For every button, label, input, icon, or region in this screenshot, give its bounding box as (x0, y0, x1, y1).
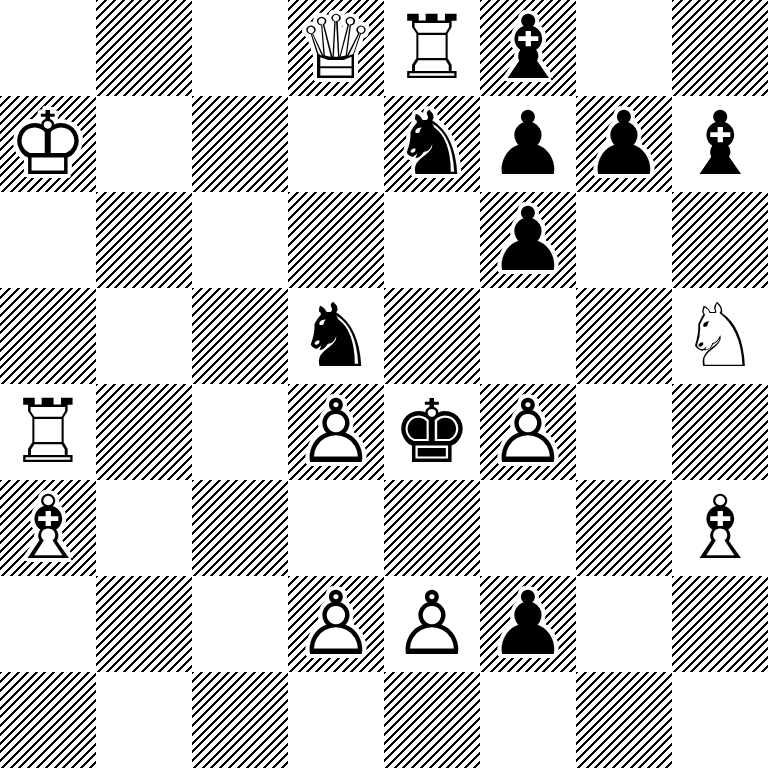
black-king-icon: ♚ (384, 384, 480, 480)
black-knight-icon: ♞ (384, 96, 480, 192)
square-b2[interactable] (96, 576, 192, 672)
square-f5[interactable] (480, 288, 576, 384)
black-bishop-icon: ♝ (672, 96, 768, 192)
square-a4[interactable]: ♜♖ (0, 384, 96, 480)
square-g2[interactable] (576, 576, 672, 672)
square-c1[interactable] (192, 672, 288, 768)
square-f1[interactable] (480, 672, 576, 768)
black-pawn-icon: ♟ (480, 96, 576, 192)
square-h3[interactable]: ♝♗ (672, 480, 768, 576)
square-c6[interactable] (192, 192, 288, 288)
black-knight-icon: ♞ (288, 288, 384, 384)
square-f6[interactable]: ♟ (480, 192, 576, 288)
square-g4[interactable] (576, 384, 672, 480)
chess-diagram: ♛♕♜♖♝♚♔♞♟♟♝♟♞♞♘♜♖♟♙♚♟♙♝♗♝♗♟♙♟♙♟ (0, 0, 768, 768)
white-pawn-icon: ♟♙ (288, 384, 384, 480)
square-c4[interactable] (192, 384, 288, 480)
square-h4[interactable] (672, 384, 768, 480)
square-d5[interactable]: ♞ (288, 288, 384, 384)
square-a2[interactable] (0, 576, 96, 672)
square-h1[interactable] (672, 672, 768, 768)
square-b5[interactable] (96, 288, 192, 384)
square-g3[interactable] (576, 480, 672, 576)
square-h8[interactable] (672, 0, 768, 96)
square-e8[interactable]: ♜♖ (384, 0, 480, 96)
black-pawn-icon: ♟ (480, 576, 576, 672)
square-d6[interactable] (288, 192, 384, 288)
square-b1[interactable] (96, 672, 192, 768)
white-bishop-icon: ♝♗ (672, 480, 768, 576)
square-f4[interactable]: ♟♙ (480, 384, 576, 480)
black-bishop-icon: ♝ (480, 0, 576, 96)
white-rook-icon: ♜♖ (384, 0, 480, 96)
white-queen-icon: ♛♕ (288, 0, 384, 96)
square-c2[interactable] (192, 576, 288, 672)
square-b7[interactable] (96, 96, 192, 192)
square-a1[interactable] (0, 672, 96, 768)
white-pawn-icon: ♟♙ (288, 576, 384, 672)
square-c5[interactable] (192, 288, 288, 384)
square-e4[interactable]: ♚ (384, 384, 480, 480)
square-d8[interactable]: ♛♕ (288, 0, 384, 96)
square-f8[interactable]: ♝ (480, 0, 576, 96)
square-b4[interactable] (96, 384, 192, 480)
square-e2[interactable]: ♟♙ (384, 576, 480, 672)
square-f7[interactable]: ♟ (480, 96, 576, 192)
square-f2[interactable]: ♟ (480, 576, 576, 672)
square-f3[interactable] (480, 480, 576, 576)
square-b8[interactable] (96, 0, 192, 96)
black-pawn-icon: ♟ (576, 96, 672, 192)
square-d4[interactable]: ♟♙ (288, 384, 384, 480)
white-king-icon: ♚♔ (0, 96, 96, 192)
square-a8[interactable] (0, 0, 96, 96)
square-a5[interactable] (0, 288, 96, 384)
white-knight-icon: ♞♘ (672, 288, 768, 384)
square-d1[interactable] (288, 672, 384, 768)
square-e6[interactable] (384, 192, 480, 288)
square-c7[interactable] (192, 96, 288, 192)
square-h6[interactable] (672, 192, 768, 288)
square-g6[interactable] (576, 192, 672, 288)
square-e7[interactable]: ♞ (384, 96, 480, 192)
white-pawn-icon: ♟♙ (384, 576, 480, 672)
square-a3[interactable]: ♝♗ (0, 480, 96, 576)
chess-board: ♛♕♜♖♝♚♔♞♟♟♝♟♞♞♘♜♖♟♙♚♟♙♝♗♝♗♟♙♟♙♟ (0, 0, 768, 768)
square-d3[interactable] (288, 480, 384, 576)
white-rook-icon: ♜♖ (0, 384, 96, 480)
square-a6[interactable] (0, 192, 96, 288)
square-e5[interactable] (384, 288, 480, 384)
square-e3[interactable] (384, 480, 480, 576)
white-bishop-icon: ♝♗ (0, 480, 96, 576)
square-g8[interactable] (576, 0, 672, 96)
square-d7[interactable] (288, 96, 384, 192)
square-e1[interactable] (384, 672, 480, 768)
square-g7[interactable]: ♟ (576, 96, 672, 192)
square-b6[interactable] (96, 192, 192, 288)
square-h5[interactable]: ♞♘ (672, 288, 768, 384)
square-h7[interactable]: ♝ (672, 96, 768, 192)
square-c8[interactable] (192, 0, 288, 96)
square-d2[interactable]: ♟♙ (288, 576, 384, 672)
square-g5[interactable] (576, 288, 672, 384)
square-h2[interactable] (672, 576, 768, 672)
black-pawn-icon: ♟ (480, 192, 576, 288)
square-b3[interactable] (96, 480, 192, 576)
square-c3[interactable] (192, 480, 288, 576)
square-a7[interactable]: ♚♔ (0, 96, 96, 192)
white-pawn-icon: ♟♙ (480, 384, 576, 480)
square-g1[interactable] (576, 672, 672, 768)
